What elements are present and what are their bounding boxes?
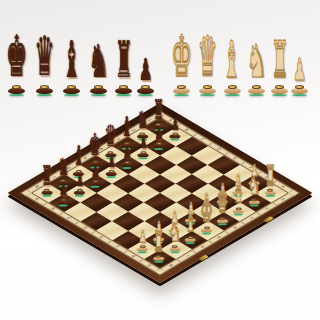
brass-ring — [92, 179, 98, 182]
light-king-glyph: ♚ — [200, 196, 212, 227]
felt-pad — [59, 204, 68, 206]
felt-pad — [122, 167, 131, 169]
felt-pad — [75, 195, 84, 197]
product-photo: ♚♛♝♞♜♟ ♚♛♝♞♜♟ ABCDEFGH ABCDEFGH 12345678… — [0, 0, 320, 320]
light-rook-glyph: ♜ — [271, 35, 289, 85]
brass-ring — [295, 85, 304, 89]
dark-pawn: ♟ — [121, 150, 132, 169]
dark-pawn: ♟ — [137, 140, 148, 159]
felt-pad — [116, 94, 131, 96]
brass-clasp-icon — [198, 255, 209, 261]
dark-rook-glyph: ♜ — [154, 96, 164, 123]
brass-ring — [67, 85, 76, 89]
light-rook-glyph: ♜ — [154, 227, 164, 254]
light-bishop: ♝ — [220, 59, 243, 96]
light-knight: ♞ — [247, 182, 261, 206]
felt-pad — [154, 260, 163, 262]
felt-pad — [37, 94, 52, 96]
brass-ring — [156, 254, 162, 257]
dark-pawn: ♟ — [58, 187, 69, 206]
felt-pad — [200, 94, 215, 96]
felt-pad — [272, 94, 287, 96]
felt-pad — [43, 195, 52, 197]
felt-pad — [138, 251, 147, 253]
felt-pad — [202, 232, 211, 234]
felt-pad — [234, 214, 243, 216]
light-bishop: ♝ — [232, 193, 245, 216]
brass-ring — [203, 85, 212, 89]
felt-pad — [154, 148, 163, 150]
felt-pad — [266, 195, 275, 197]
brass-clasp-icon — [263, 216, 274, 222]
dark-pawn: ♟ — [90, 168, 101, 187]
dark-rook-glyph: ♜ — [115, 35, 133, 85]
dark-pawn-glyph: ♟ — [139, 55, 153, 85]
dark-pawn: ♟ — [169, 121, 180, 140]
dark-bishop-glyph: ♝ — [74, 143, 84, 170]
light-rook-glyph: ♜ — [265, 161, 275, 188]
board-border-ring: ABCDEFGH ABCDEFGH 12345678 12345678 ♜♟♟♜… — [20, 110, 300, 275]
brass-ring — [235, 208, 241, 211]
light-bishop-glyph: ♝ — [233, 181, 243, 208]
dark-bishop: ♝ — [60, 59, 83, 96]
dark-pawn-glyph: ♟ — [91, 163, 99, 180]
light-queen: ♛ — [195, 57, 220, 96]
dark-pawn-glyph: ♟ — [139, 135, 147, 152]
felt-pad — [292, 94, 307, 96]
light-rook: ♜ — [269, 61, 291, 96]
light-rook: ♜ — [152, 240, 165, 262]
brass-ring — [108, 170, 114, 173]
light-bishop: ♝ — [184, 221, 197, 244]
light-knight-glyph: ♞ — [246, 39, 267, 85]
light-pawn: ♟ — [137, 234, 148, 253]
light-rook: ♜ — [264, 175, 277, 197]
light-pawn-glyph: ♟ — [293, 55, 307, 85]
light-king-glyph: ♚ — [171, 28, 193, 85]
dark-pawn-glyph: ♟ — [171, 116, 179, 133]
brass-ring — [94, 85, 103, 89]
dark-pawn: ♟ — [137, 66, 154, 96]
felt-pad — [64, 94, 79, 96]
felt-pad — [218, 223, 227, 225]
dark-pawn-glyph: ♟ — [75, 172, 83, 189]
felt-pad — [91, 94, 106, 96]
light-pawn: ♟ — [291, 66, 308, 96]
brass-ring — [156, 142, 162, 145]
felt-pad — [170, 251, 179, 253]
brass-ring — [172, 245, 178, 248]
light-knight-glyph: ♞ — [169, 221, 181, 245]
brass-ring — [203, 226, 209, 229]
brass-ring — [177, 85, 186, 89]
felt-pad — [250, 204, 259, 206]
brass-ring — [141, 85, 150, 89]
dark-bishop-glyph: ♝ — [122, 115, 132, 142]
brass-ring — [140, 151, 146, 154]
brass-ring — [12, 85, 21, 89]
dark-pieces-tray: ♚♛♝♞♜♟ — [3, 24, 154, 96]
brass-ring — [251, 198, 257, 201]
dark-queen-glyph: ♛ — [35, 30, 55, 85]
light-queen-glyph: ♛ — [198, 30, 218, 85]
dark-rook-glyph: ♜ — [42, 161, 52, 188]
light-king: ♚ — [199, 209, 214, 234]
dark-king-glyph: ♚ — [6, 28, 28, 85]
felt-pad — [9, 94, 24, 96]
dark-knight-glyph: ♞ — [87, 39, 108, 85]
light-king: ♚ — [168, 55, 195, 96]
felt-pad — [138, 157, 147, 159]
brass-ring — [172, 132, 178, 135]
light-queen: ♛ — [215, 201, 229, 225]
chessboard: ABCDEFGH ABCDEFGH 12345678 12345678 ♜♟♟♜… — [7, 103, 312, 283]
light-queen-glyph: ♛ — [217, 187, 228, 217]
felt-pad — [170, 138, 179, 140]
light-bishop-glyph: ♝ — [185, 209, 195, 236]
brass-ring — [76, 189, 82, 192]
dark-bishop-glyph: ♝ — [62, 34, 80, 85]
dark-pawn: ♟ — [153, 131, 164, 150]
brass-ring — [140, 245, 146, 248]
felt-pad — [174, 94, 189, 96]
light-knight: ♞ — [167, 229, 181, 253]
dark-king: ♚ — [3, 55, 30, 96]
brass-ring — [267, 189, 273, 192]
felt-pad — [106, 176, 115, 178]
brass-ring — [252, 85, 261, 89]
felt-pad — [186, 242, 195, 244]
light-bishop-glyph: ♝ — [223, 34, 241, 85]
dark-king-glyph: ♚ — [89, 130, 101, 161]
dark-pawn-glyph: ♟ — [59, 182, 67, 199]
dark-rook: ♜ — [113, 61, 135, 96]
dark-pawn-glyph: ♟ — [123, 144, 131, 161]
brass-ring — [124, 161, 130, 164]
light-knight-glyph: ♞ — [248, 174, 260, 198]
dark-pawn-glyph: ♟ — [107, 153, 115, 170]
brass-ring — [228, 85, 237, 89]
dark-knight: ♞ — [86, 57, 111, 96]
brass-ring — [219, 217, 225, 220]
board-squares: ♜♟♟♜♞♟♟♞♝♟♟♝♛♟♟♛♚♟♟♚♝♟♟♝♞♟♟♞♜♟♟♜ — [31, 117, 288, 269]
light-knight: ♞ — [244, 57, 269, 96]
dark-knight-glyph: ♞ — [137, 108, 149, 132]
light-pieces-tray: ♚♛♝♞♜♟ — [168, 24, 308, 96]
brass-ring — [188, 236, 194, 239]
felt-pad — [249, 94, 264, 96]
dark-pawn: ♟ — [105, 159, 116, 178]
brass-ring — [60, 198, 66, 201]
dark-queen-glyph: ♛ — [105, 122, 116, 152]
felt-pad — [91, 185, 100, 187]
dark-knight-glyph: ♞ — [57, 155, 69, 179]
felt-pad — [138, 94, 153, 96]
light-pawn-glyph: ♟ — [139, 229, 147, 246]
dark-pawn: ♟ — [74, 178, 85, 197]
dark-queen: ♛ — [32, 57, 57, 96]
dark-pawn-glyph: ♟ — [155, 125, 163, 142]
felt-pad — [225, 94, 240, 96]
dark-rook: ♜ — [41, 175, 54, 197]
